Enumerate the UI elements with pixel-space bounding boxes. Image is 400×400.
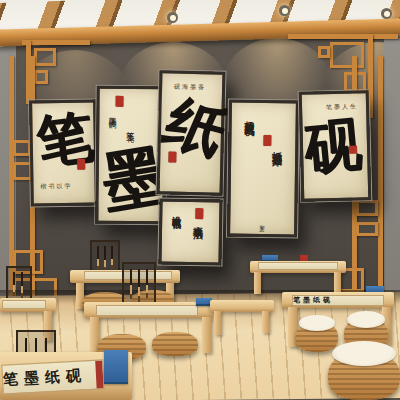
panel-brush-caption: 楷书以学 — [41, 182, 73, 192]
panel-couplet-line-right: 抵成功之彼岸 — [271, 143, 283, 149]
panel-couplet-signature: 宁和之人 — [258, 220, 264, 224]
seal-stamp — [116, 96, 124, 107]
panel-ink-line-left: 泼墨传韵 — [107, 111, 116, 115]
seal-stamp — [263, 135, 271, 146]
desk-leg — [214, 311, 221, 335]
panel-love-calligraphy: 没辙我也很 喜欢书法 — [158, 198, 222, 265]
seal-stamp — [349, 145, 357, 153]
seal-stamp — [77, 159, 85, 170]
brush-rack — [122, 262, 156, 306]
desk-leg — [334, 272, 341, 292]
drum-stool — [296, 322, 338, 352]
panel-couplet-line-left: 扬理想之风帆 — [244, 113, 256, 119]
panel-paper: 砚海墨香 纸 — [156, 70, 225, 196]
classroom-photo: 笔 楷书以学 泼墨传韵 笔下生花 墨 砚海墨香 纸 没辙我也很 喜欢书法 扬理想… — [0, 0, 400, 400]
calligraphy-mat: 笔墨纸砚 — [292, 295, 384, 306]
calligraphy-mat — [96, 305, 198, 316]
panel-brush: 笔 楷书以学 — [29, 99, 98, 206]
stool — [152, 332, 198, 356]
spotlight — [279, 5, 290, 16]
mat-text: 笔墨纸砚 — [293, 295, 383, 305]
seal-stamp — [168, 151, 176, 162]
side-wall-right — [384, 36, 400, 304]
desk-leg — [202, 317, 211, 353]
desk-leg — [262, 311, 269, 333]
spotlight — [381, 8, 392, 19]
spotlight — [167, 12, 178, 23]
mat-text: 笔墨纸砚 — [2, 359, 103, 394]
panel-brush-character: 笔 — [34, 108, 96, 170]
calligraphy-mat: 笔墨纸砚 — [1, 359, 104, 394]
drum-stool — [328, 352, 400, 400]
desk-leg — [254, 272, 261, 294]
panel-ink-line-right: 笔下生花 — [125, 125, 134, 129]
panel-ink: 泼墨传韵 笔下生花 墨 — [95, 86, 166, 225]
brush-rack — [6, 266, 32, 302]
panel-couplet: 扬理想之风帆 抵成功之彼岸 宁和之人 — [227, 100, 299, 238]
brush-rack — [90, 240, 120, 274]
panel-love-line-left: 没辙我也很 — [171, 209, 181, 214]
panel-love-line-right: 喜欢书法 — [192, 218, 204, 222]
calligraphy-mat — [258, 262, 338, 270]
calligraphy-mat — [2, 300, 46, 309]
panel-inkstone: 笔墨人生 砚 — [299, 90, 372, 202]
copybook-stack — [104, 350, 128, 384]
